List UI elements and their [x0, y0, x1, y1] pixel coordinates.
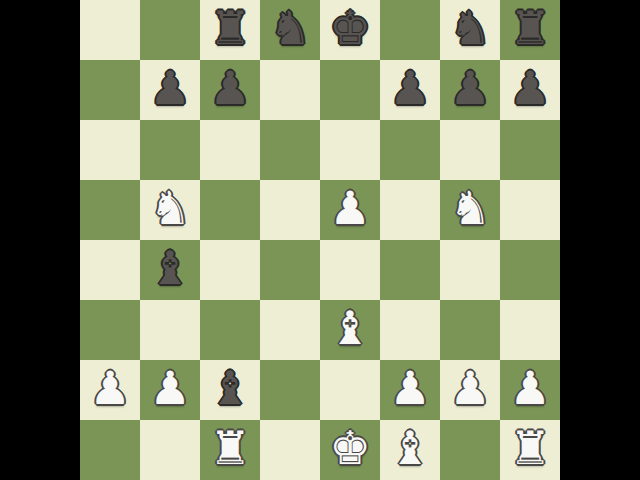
square-h6[interactable] [500, 120, 560, 180]
piece-white-rook: ♜ [209, 420, 250, 478]
square-b4[interactable]: ♝ [140, 240, 200, 300]
piece-black-pawn: ♟ [149, 60, 190, 118]
letterbox-right [560, 0, 640, 480]
square-e1[interactable]: ♚ [320, 420, 380, 480]
piece-black-king: ♚ [329, 0, 370, 58]
square-h7[interactable]: ♟ [500, 60, 560, 120]
square-c6[interactable] [200, 120, 260, 180]
piece-white-bishop: ♝ [389, 420, 430, 478]
square-e2[interactable] [320, 360, 380, 420]
square-a7[interactable] [80, 60, 140, 120]
video-frame: ♜♞♚♞♜♟♟♟♟♟♞♟♞♝♝♟♟♝♟♟♟♜♚♝♜ [0, 0, 640, 480]
square-e6[interactable] [320, 120, 380, 180]
piece-black-bishop: ♝ [209, 360, 250, 418]
piece-white-pawn: ♟ [329, 180, 370, 238]
square-b8[interactable] [140, 0, 200, 60]
square-g2[interactable]: ♟ [440, 360, 500, 420]
square-b6[interactable] [140, 120, 200, 180]
square-a8[interactable] [80, 0, 140, 60]
square-b3[interactable] [140, 300, 200, 360]
piece-black-knight: ♞ [269, 0, 310, 58]
square-g5[interactable]: ♞ [440, 180, 500, 240]
piece-black-pawn: ♟ [389, 60, 430, 118]
piece-white-bishop: ♝ [329, 300, 370, 358]
square-h4[interactable] [500, 240, 560, 300]
square-a4[interactable] [80, 240, 140, 300]
square-f8[interactable] [380, 0, 440, 60]
piece-black-bishop: ♝ [149, 240, 190, 298]
square-c2[interactable]: ♝ [200, 360, 260, 420]
piece-black-pawn: ♟ [449, 60, 490, 118]
square-f3[interactable] [380, 300, 440, 360]
square-c8[interactable]: ♜ [200, 0, 260, 60]
piece-white-pawn: ♟ [509, 360, 550, 418]
square-c5[interactable] [200, 180, 260, 240]
square-g7[interactable]: ♟ [440, 60, 500, 120]
piece-black-pawn: ♟ [509, 60, 550, 118]
square-e7[interactable] [320, 60, 380, 120]
square-b5[interactable]: ♞ [140, 180, 200, 240]
square-e4[interactable] [320, 240, 380, 300]
square-a3[interactable] [80, 300, 140, 360]
square-d4[interactable] [260, 240, 320, 300]
square-a6[interactable] [80, 120, 140, 180]
square-c4[interactable] [200, 240, 260, 300]
square-d1[interactable] [260, 420, 320, 480]
square-e5[interactable]: ♟ [320, 180, 380, 240]
square-a5[interactable] [80, 180, 140, 240]
piece-black-knight: ♞ [449, 0, 490, 58]
square-d3[interactable] [260, 300, 320, 360]
square-d6[interactable] [260, 120, 320, 180]
square-e8[interactable]: ♚ [320, 0, 380, 60]
square-h2[interactable]: ♟ [500, 360, 560, 420]
piece-white-pawn: ♟ [89, 360, 130, 418]
square-h3[interactable] [500, 300, 560, 360]
square-d2[interactable] [260, 360, 320, 420]
piece-white-pawn: ♟ [449, 360, 490, 418]
square-b1[interactable] [140, 420, 200, 480]
square-d5[interactable] [260, 180, 320, 240]
piece-black-rook: ♜ [209, 0, 250, 58]
square-g3[interactable] [440, 300, 500, 360]
square-f7[interactable]: ♟ [380, 60, 440, 120]
square-h1[interactable]: ♜ [500, 420, 560, 480]
square-c1[interactable]: ♜ [200, 420, 260, 480]
square-f5[interactable] [380, 180, 440, 240]
square-f6[interactable] [380, 120, 440, 180]
square-d8[interactable]: ♞ [260, 0, 320, 60]
square-g4[interactable] [440, 240, 500, 300]
piece-black-pawn: ♟ [209, 60, 250, 118]
square-b7[interactable]: ♟ [140, 60, 200, 120]
square-g8[interactable]: ♞ [440, 0, 500, 60]
square-g6[interactable] [440, 120, 500, 180]
square-h5[interactable] [500, 180, 560, 240]
piece-white-rook: ♜ [509, 420, 550, 478]
letterbox-left [0, 0, 80, 480]
chess-board: ♜♞♚♞♜♟♟♟♟♟♞♟♞♝♝♟♟♝♟♟♟♜♚♝♜ [80, 0, 560, 480]
piece-white-pawn: ♟ [149, 360, 190, 418]
piece-white-king: ♚ [329, 420, 370, 478]
square-a2[interactable]: ♟ [80, 360, 140, 420]
square-h8[interactable]: ♜ [500, 0, 560, 60]
square-e3[interactable]: ♝ [320, 300, 380, 360]
square-f2[interactable]: ♟ [380, 360, 440, 420]
piece-white-pawn: ♟ [389, 360, 430, 418]
square-f1[interactable]: ♝ [380, 420, 440, 480]
piece-black-rook: ♜ [509, 0, 550, 58]
square-a1[interactable] [80, 420, 140, 480]
square-f4[interactable] [380, 240, 440, 300]
square-b2[interactable]: ♟ [140, 360, 200, 420]
square-c7[interactable]: ♟ [200, 60, 260, 120]
square-c3[interactable] [200, 300, 260, 360]
square-g1[interactable] [440, 420, 500, 480]
square-d7[interactable] [260, 60, 320, 120]
piece-white-knight: ♞ [449, 180, 490, 238]
piece-white-knight: ♞ [149, 180, 190, 238]
